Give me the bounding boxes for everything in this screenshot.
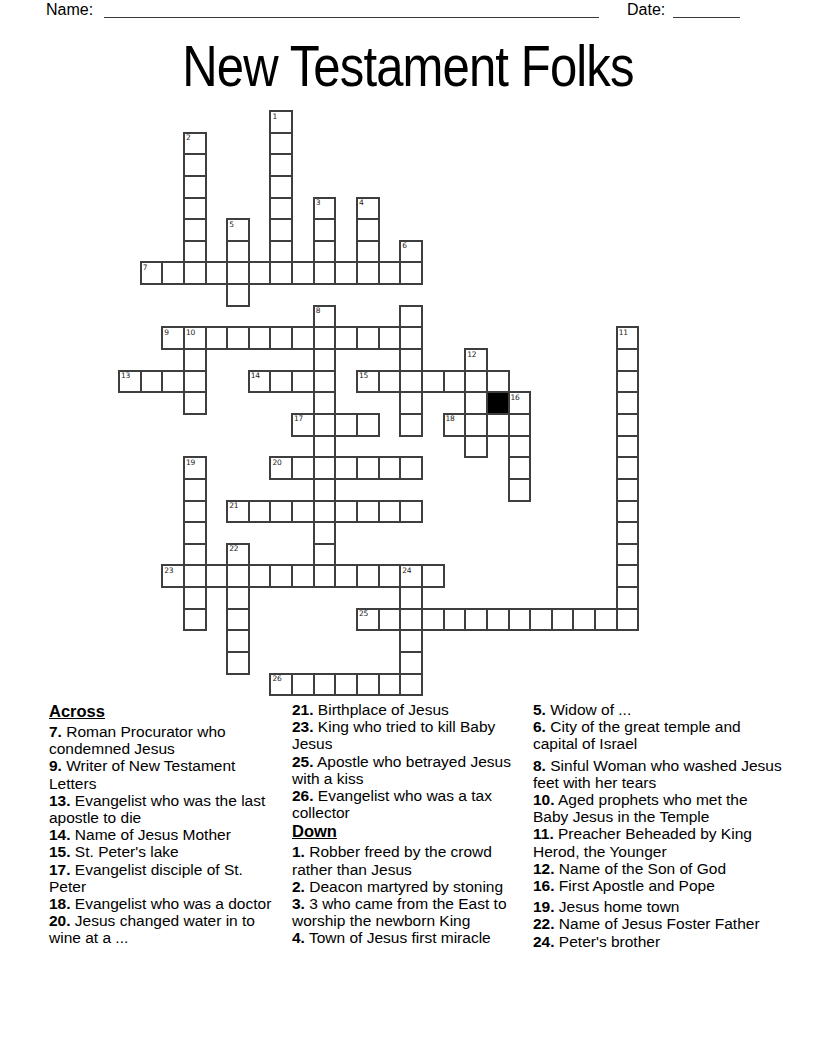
grid-cell-r19c3[interactable]	[183, 521, 207, 545]
name-label: Name:	[46, 1, 93, 19]
grid-cell-r12c13[interactable]	[399, 370, 423, 394]
black-cell-r13c17	[486, 391, 510, 415]
grid-cell-r1c3[interactable]: 2	[183, 132, 207, 156]
clue-4: 4. Town of Jesus first miracle	[292, 929, 529, 946]
grid-cell-r22c5[interactable]	[226, 586, 250, 610]
clue-number-8: 8	[316, 306, 320, 315]
clue-16: 16. First Apostle and Pope	[533, 877, 786, 894]
clue-22: 22. Name of Jesus Foster Father	[533, 915, 786, 932]
grid-cell-r12c0[interactable]: 13	[118, 370, 142, 394]
clue-number-label: 24.	[533, 933, 555, 950]
grid-cell-r15c16[interactable]	[464, 435, 488, 459]
clue-number-label: 13.	[49, 792, 71, 809]
grid-cell-r21c12[interactable]	[378, 564, 402, 588]
grid-cell-r9c13[interactable]	[399, 305, 423, 329]
grid-cell-r21c14[interactable]	[421, 564, 445, 588]
grid-cell-r16c10[interactable]	[334, 456, 358, 480]
grid-cell-r2c3[interactable]	[183, 153, 207, 177]
grid-cell-r25c5[interactable]	[226, 651, 250, 675]
grid-cell-r6c11[interactable]	[356, 240, 380, 264]
grid-cell-r7c5[interactable]	[226, 261, 250, 285]
grid-cell-r23c16[interactable]	[464, 608, 488, 632]
clue-number-label: 14.	[49, 826, 71, 843]
grid-cell-r12c6[interactable]: 14	[248, 370, 272, 394]
grid-cell-r15c23[interactable]	[616, 435, 640, 459]
grid-cell-r4c3[interactable]	[183, 197, 207, 221]
grid-cell-r6c3[interactable]	[183, 240, 207, 264]
grid-cell-r1c7[interactable]	[269, 132, 293, 156]
clue-6: 6. City of the great temple and capital …	[533, 718, 786, 752]
puzzle-title: New Testament Folks	[57, 33, 759, 99]
clue-number-label: 1.	[292, 843, 305, 860]
clue-number-label: 26.	[292, 787, 314, 804]
clue-number-label: 18.	[49, 895, 71, 912]
grid-cell-r15c9[interactable]	[313, 435, 337, 459]
clue-number-21: 21	[229, 501, 238, 510]
grid-cell-r12c14[interactable]	[421, 370, 445, 394]
grid-cell-r5c9[interactable]	[313, 218, 337, 242]
grid-cell-r10c9[interactable]	[313, 326, 337, 350]
grid-cell-r20c3[interactable]	[183, 543, 207, 567]
clue-number-18: 18	[446, 414, 455, 423]
grid-cell-r11c16[interactable]: 12	[464, 348, 488, 372]
grid-cell-r7c2[interactable]	[161, 261, 185, 285]
grid-cell-r12c9[interactable]	[313, 370, 337, 394]
grid-cell-r7c13[interactable]	[399, 261, 423, 285]
clue-column-2: 21. Birthplace of Jesus23. King who trie…	[292, 701, 529, 947]
grid-cell-r20c5[interactable]: 22	[226, 543, 250, 567]
clue-number-24: 24	[402, 566, 411, 575]
clue-number-26: 26	[272, 674, 281, 683]
clue-number-label: 10.	[533, 791, 555, 808]
grid-cell-r10c5[interactable]	[226, 326, 250, 350]
grid-cell-r5c11[interactable]	[356, 218, 380, 242]
grid-cell-r10c10[interactable]	[334, 326, 358, 350]
grid-cell-r18c5[interactable]: 21	[226, 500, 250, 524]
grid-cell-r13c18[interactable]: 16	[508, 391, 532, 415]
clue-11: 11. Preacher Beheaded by King Herod, the…	[533, 825, 786, 859]
grid-cell-r16c23[interactable]	[616, 456, 640, 480]
grid-cell-r11c3[interactable]	[183, 348, 207, 372]
grid-cell-r17c18[interactable]	[508, 478, 532, 502]
clue-3: 3. 3 who came from the East to worship t…	[292, 895, 529, 929]
grid-cell-r16c9[interactable]	[313, 456, 337, 480]
clue-number-label: 7.	[49, 723, 62, 740]
grid-cell-r21c5[interactable]	[226, 564, 250, 588]
grid-cell-r26c11[interactable]	[356, 673, 380, 697]
grid-cell-r23c21[interactable]	[572, 608, 596, 632]
grid-cell-r10c8[interactable]	[291, 326, 315, 350]
grid-cell-r6c7[interactable]	[269, 240, 293, 264]
clue-number-11: 11	[619, 328, 628, 337]
grid-cell-r10c11[interactable]	[356, 326, 380, 350]
clue-number-label: 25.	[292, 753, 314, 770]
clue-number-14: 14	[251, 371, 260, 380]
clue-number-17: 17	[294, 414, 303, 423]
clue-17: 17. Evangelist disciple of St. Peter	[49, 861, 282, 895]
grid-cell-r14c11[interactable]	[356, 413, 380, 437]
grid-cell-r10c6[interactable]	[248, 326, 272, 350]
clue-18: 18. Evangelist who was a doctor	[49, 895, 282, 912]
clue-number-6: 6	[402, 241, 406, 250]
name-blank-line[interactable]	[104, 0, 599, 18]
grid-cell-r5c7[interactable]	[269, 218, 293, 242]
clue-number-label: 2.	[292, 878, 305, 895]
grid-cell-r19c23[interactable]	[616, 521, 640, 545]
grid-cell-r4c7[interactable]	[269, 197, 293, 221]
clue-25: 25. Apostle who betrayed Jesus with a ki…	[292, 753, 529, 787]
grid-cell-r22c23[interactable]	[616, 586, 640, 610]
clue-number-label: 11.	[533, 825, 554, 842]
grid-cell-r23c11[interactable]: 25	[356, 608, 380, 632]
grid-cell-r23c18[interactable]	[508, 608, 532, 632]
grid-cell-r18c8[interactable]	[291, 500, 315, 524]
grid-cell-r26c10[interactable]	[334, 673, 358, 697]
grid-cell-r14c18[interactable]	[508, 413, 532, 437]
grid-cell-r7c8[interactable]	[291, 261, 315, 285]
clue-26: 26. Evangelist who was a tax collector	[292, 787, 529, 821]
grid-cell-r21c9[interactable]	[313, 564, 337, 588]
clue-7: 7. Roman Procurator who condemned Jesus	[49, 723, 282, 757]
clue-number-7: 7	[143, 263, 147, 272]
grid-cell-r18c7[interactable]	[269, 500, 293, 524]
grid-cell-r7c6[interactable]	[248, 261, 272, 285]
across-header: Across	[49, 702, 282, 721]
grid-cell-r14c15[interactable]: 18	[443, 413, 467, 437]
clue-number-label: 3.	[292, 895, 305, 912]
clue-1: 1. Robber freed by the crowd rather than…	[292, 843, 529, 877]
grid-cell-r20c23[interactable]	[616, 543, 640, 567]
clue-number-label: 22.	[533, 915, 555, 932]
grid-cell-r16c11[interactable]	[356, 456, 380, 480]
clue-column-3: 5. Widow of ...6. City of the great temp…	[533, 701, 786, 950]
grid-cell-r14c23[interactable]	[616, 413, 640, 437]
clue-8: 8. Sinful Woman who washed Jesus feet wi…	[533, 757, 786, 791]
clue-19: 19. Jesus home town	[533, 898, 786, 915]
grid-cell-r12c1[interactable]	[140, 370, 164, 394]
grid-cell-r14c10[interactable]	[334, 413, 358, 437]
grid-cell-r16c18[interactable]	[508, 456, 532, 480]
grid-cell-r21c23[interactable]	[616, 564, 640, 588]
grid-cell-r18c12[interactable]	[378, 500, 402, 524]
grid-cell-r10c2[interactable]: 9	[161, 326, 185, 350]
grid-cell-r18c11[interactable]	[356, 500, 380, 524]
grid-cell-r18c23[interactable]	[616, 500, 640, 524]
grid-cell-r23c20[interactable]	[551, 608, 575, 632]
clue-number-20: 20	[272, 458, 281, 467]
clue-number-label: 8.	[533, 757, 546, 774]
grid-cell-r12c12[interactable]	[378, 370, 402, 394]
clue-number-12: 12	[467, 350, 476, 359]
clue-number-label: 17.	[49, 861, 71, 878]
clue-number-label: 4.	[292, 929, 305, 946]
clue-number-label: 12.	[533, 860, 555, 877]
clue-number-4: 4	[359, 198, 363, 207]
grid-cell-r8c5[interactable]	[226, 283, 250, 307]
grid-cell-r5c3[interactable]	[183, 218, 207, 242]
grid-cell-r7c9[interactable]	[313, 261, 337, 285]
grid-cell-r12c3[interactable]	[183, 370, 207, 394]
clue-number-label: 15.	[49, 843, 71, 860]
grid-cell-r18c13[interactable]	[399, 500, 423, 524]
clue-23: 23. King who tried to kill Baby Jesus	[292, 718, 529, 752]
grid-cell-r11c9[interactable]	[313, 348, 337, 372]
grid-cell-r13c23[interactable]	[616, 391, 640, 415]
grid-cell-r18c9[interactable]	[313, 500, 337, 524]
grid-cell-r26c9[interactable]	[313, 673, 337, 697]
clue-12: 12. Name of the Son of God	[533, 860, 786, 877]
clue-10: 10. Aged prophets who met the Baby Jesus…	[533, 791, 786, 825]
grid-cell-r18c10[interactable]	[334, 500, 358, 524]
grid-cell-r6c13[interactable]: 6	[399, 240, 423, 264]
grid-cell-r23c12[interactable]	[378, 608, 402, 632]
grid-cell-r14c13[interactable]	[399, 413, 423, 437]
grid-cell-r11c13[interactable]	[399, 348, 423, 372]
grid-cell-r10c4[interactable]	[205, 326, 229, 350]
grid-cell-r6c5[interactable]	[226, 240, 250, 264]
grid-cell-r13c13[interactable]	[399, 391, 423, 415]
down-header: Down	[292, 822, 529, 841]
clue-number-25: 25	[359, 609, 368, 618]
grid-cell-r13c9[interactable]	[313, 391, 337, 415]
grid-cell-r21c7[interactable]	[269, 564, 293, 588]
grid-cell-r14c8[interactable]: 17	[291, 413, 315, 437]
clue-13: 13. Evangelist who was the last apostle …	[49, 792, 282, 826]
clue-9: 9. Writer of New Testament Letters	[49, 757, 282, 791]
grid-cell-r0c7[interactable]: 1	[269, 110, 293, 134]
clue-number-1: 1	[272, 112, 276, 121]
grid-cell-r16c7[interactable]: 20	[269, 456, 293, 480]
clue-number-label: 9.	[49, 757, 62, 774]
grid-cell-r7c12[interactable]	[378, 261, 402, 285]
clue-24: 24. Peter's brother	[533, 933, 786, 950]
grid-cell-r23c5[interactable]	[226, 608, 250, 632]
clue-number-22: 22	[229, 544, 238, 553]
grid-cell-r12c11[interactable]: 15	[356, 370, 380, 394]
grid-cell-r4c9[interactable]: 3	[313, 197, 337, 221]
clue-20: 20. Jesus changed water in to wine at a …	[49, 912, 282, 946]
grid-cell-r23c15[interactable]	[443, 608, 467, 632]
clue-number-label: 20.	[49, 912, 71, 929]
grid-cell-r16c12[interactable]	[378, 456, 402, 480]
grid-cell-r21c2[interactable]: 23	[161, 564, 185, 588]
grid-cell-r7c10[interactable]	[334, 261, 358, 285]
grid-cell-r23c3[interactable]	[183, 608, 207, 632]
grid-cell-r21c4[interactable]	[205, 564, 229, 588]
clue-number-15: 15	[359, 371, 368, 380]
grid-cell-r10c3[interactable]: 10	[183, 326, 207, 350]
grid-cell-r16c8[interactable]	[291, 456, 315, 480]
clue-2: 2. Deacon martyred by stoning	[292, 878, 529, 895]
grid-cell-r23c17[interactable]	[486, 608, 510, 632]
grid-cell-r12c23[interactable]	[616, 370, 640, 394]
grid-cell-r12c17[interactable]	[486, 370, 510, 394]
grid-cell-r4c11[interactable]: 4	[356, 197, 380, 221]
grid-cell-r24c13[interactable]	[399, 629, 423, 653]
clue-14: 14. Name of Jesus Mother	[49, 826, 282, 843]
grid-cell-r10c23[interactable]: 11	[616, 326, 640, 350]
grid-cell-r26c8[interactable]	[291, 673, 315, 697]
clue-number-3: 3	[316, 198, 320, 207]
grid-cell-r19c9[interactable]	[313, 521, 337, 545]
grid-cell-r23c22[interactable]	[594, 608, 618, 632]
clue-number-19: 19	[186, 458, 195, 467]
grid-cell-r12c2[interactable]	[161, 370, 185, 394]
grid-cell-r2c7[interactable]	[269, 153, 293, 177]
clue-number-label: 19.	[533, 898, 555, 915]
grid-cell-r10c13[interactable]	[399, 326, 423, 350]
clue-number-9: 9	[164, 328, 168, 337]
grid-cell-r6c9[interactable]	[313, 240, 337, 264]
grid-cell-r10c7[interactable]	[269, 326, 293, 350]
date-blank-line[interactable]	[673, 0, 740, 18]
grid-cell-r13c3[interactable]	[183, 391, 207, 415]
grid-cell-r7c3[interactable]	[183, 261, 207, 285]
grid-cell-r5c5[interactable]: 5	[226, 218, 250, 242]
grid-cell-r26c12[interactable]	[378, 673, 402, 697]
grid-cell-r10c12[interactable]	[378, 326, 402, 350]
clue-number-label: 16.	[533, 877, 555, 894]
clue-5: 5. Widow of ...	[533, 701, 786, 718]
grid-cell-r26c13[interactable]	[399, 673, 423, 697]
grid-cell-r12c15[interactable]	[443, 370, 467, 394]
grid-cell-r12c8[interactable]	[291, 370, 315, 394]
clue-column-1: Across7. Roman Procurator who condemned …	[49, 701, 282, 947]
grid-cell-r21c8[interactable]	[291, 564, 315, 588]
grid-cell-r15c18[interactable]	[508, 435, 532, 459]
grid-cell-r14c17[interactable]	[486, 413, 510, 437]
grid-cell-r22c3[interactable]	[183, 586, 207, 610]
grid-cell-r23c23[interactable]	[616, 608, 640, 632]
clue-number-label: 23.	[292, 718, 314, 735]
grid-cell-r21c3[interactable]	[183, 564, 207, 588]
grid-cell-r23c19[interactable]	[529, 608, 553, 632]
clue-number-5: 5	[229, 220, 233, 229]
grid-cell-r7c11[interactable]	[356, 261, 380, 285]
grid-cell-r21c13[interactable]: 24	[399, 564, 423, 588]
grid-cell-r7c1[interactable]: 7	[140, 261, 164, 285]
grid-cell-r3c3[interactable]	[183, 175, 207, 199]
grid-cell-r20c9[interactable]	[313, 543, 337, 567]
grid-cell-r11c23[interactable]	[616, 348, 640, 372]
grid-cell-r21c10[interactable]	[334, 564, 358, 588]
grid-cell-r13c16[interactable]	[464, 391, 488, 415]
grid-cell-r23c14[interactable]	[421, 608, 445, 632]
grid-cell-r16c3[interactable]: 19	[183, 456, 207, 480]
clue-number-16: 16	[511, 393, 520, 402]
grid-cell-r26c7[interactable]: 26	[269, 673, 293, 697]
clue-number-13: 13	[121, 371, 130, 380]
grid-cell-r17c3[interactable]	[183, 478, 207, 502]
grid-cell-r17c23[interactable]	[616, 478, 640, 502]
grid-cell-r16c13[interactable]	[399, 456, 423, 480]
grid-cell-r18c6[interactable]	[248, 500, 272, 524]
grid-cell-r3c7[interactable]	[269, 175, 293, 199]
clue-number-23: 23	[164, 566, 173, 575]
grid-cell-r17c9[interactable]	[313, 478, 337, 502]
grid-cell-r24c5[interactable]	[226, 629, 250, 653]
clue-21: 21. Birthplace of Jesus	[292, 701, 529, 718]
grid-cell-r14c9[interactable]	[313, 413, 337, 437]
grid-cell-r14c16[interactable]	[464, 413, 488, 437]
grid-cell-r22c13[interactable]	[399, 586, 423, 610]
grid-cell-r12c16[interactable]	[464, 370, 488, 394]
clue-number-label: 6.	[533, 718, 546, 735]
grid-cell-r21c11[interactable]	[356, 564, 380, 588]
grid-cell-r18c3[interactable]	[183, 500, 207, 524]
clue-number-2: 2	[186, 133, 190, 142]
grid-cell-r9c9[interactable]: 8	[313, 305, 337, 329]
clue-number-label: 5.	[533, 701, 546, 718]
grid-cell-r7c4[interactable]	[205, 261, 229, 285]
clue-number-10: 10	[186, 328, 195, 337]
date-label: Date:	[627, 1, 665, 19]
grid-cell-r12c7[interactable]	[269, 370, 293, 394]
grid-cell-r23c13[interactable]	[399, 608, 423, 632]
clue-number-label: 21.	[292, 701, 314, 718]
clue-15: 15. St. Peter's lake	[49, 843, 282, 860]
grid-cell-r21c6[interactable]	[248, 564, 272, 588]
grid-cell-r25c13[interactable]	[399, 651, 423, 675]
grid-cell-r7c7[interactable]	[269, 261, 293, 285]
